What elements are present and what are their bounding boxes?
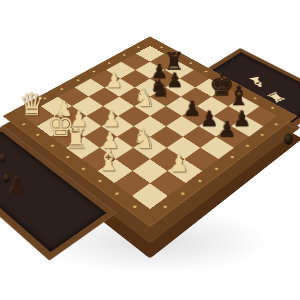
white-rook-d1[interactable]: ♜ (64, 124, 87, 152)
black-pawn-f6[interactable]: ♟ (183, 99, 201, 120)
black-pawn-g6[interactable]: ♟ (200, 108, 218, 130)
white-knight-f3[interactable]: ♞ (132, 125, 154, 152)
black-pawn-h6[interactable]: ♟ (217, 119, 236, 141)
white-bishop-f1[interactable]: ♝ (96, 146, 121, 176)
drawer-knob[interactable] (3, 173, 10, 183)
white-pawn-h3[interactable]: ♟ (169, 152, 189, 175)
white-queen-a1[interactable]: ♛ (18, 89, 44, 120)
captured-black-pawn[interactable]: ♟ (7, 175, 27, 198)
drawer-knob[interactable] (284, 133, 293, 145)
white-pawn-b5[interactable]: ♟ (105, 71, 122, 91)
white-knight-d5[interactable]: ♞ (134, 85, 155, 110)
product-photo-stage: ♟ ♝♜ ♜♚♝♟♟♟♞♟♟♟♟♞♟♞♟♟♟♟♛♚♜♝ (0, 0, 300, 300)
